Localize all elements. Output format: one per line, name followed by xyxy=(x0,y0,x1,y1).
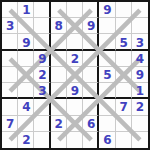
digit-slot-r7c8 xyxy=(132,116,148,132)
digit-slot-r3c1 xyxy=(18,51,34,67)
digit-slot-r7c2 xyxy=(34,116,50,132)
digit-slot-r2c8: 3 xyxy=(132,34,148,50)
digit-slot-r2c3 xyxy=(51,34,67,50)
digit-slot-r0c2 xyxy=(34,2,50,18)
digit-slot-r4c5 xyxy=(83,67,99,83)
digit-slot-r5c0 xyxy=(2,83,18,99)
digit-slot-r7c0: 7 xyxy=(2,116,18,132)
digit-slot-r2c6 xyxy=(99,34,115,50)
digit-slot-r6c2 xyxy=(34,99,50,115)
board-digits: 1938995392425939147272626 xyxy=(2,2,148,148)
given-digit: 6 xyxy=(87,118,95,130)
given-digit: 5 xyxy=(119,37,127,49)
digit-slot-r7c6 xyxy=(99,116,115,132)
digit-slot-r1c5: 9 xyxy=(83,18,99,34)
digit-slot-r1c3: 8 xyxy=(51,18,67,34)
digit-slot-r4c1 xyxy=(18,67,34,83)
digit-slot-r1c7 xyxy=(116,18,132,34)
digit-slot-r6c0 xyxy=(2,99,18,115)
digit-slot-r4c2: 2 xyxy=(34,67,50,83)
given-digit: 7 xyxy=(119,101,127,113)
given-digit: 3 xyxy=(136,37,144,49)
digit-slot-r0c7 xyxy=(116,2,132,18)
digit-slot-r5c3 xyxy=(51,83,67,99)
digit-slot-r3c3 xyxy=(51,51,67,67)
given-digit: 2 xyxy=(38,69,46,81)
given-digit: 9 xyxy=(38,53,46,65)
given-digit: 2 xyxy=(71,53,79,65)
digit-slot-r1c6 xyxy=(99,18,115,34)
digit-slot-r6c6 xyxy=(99,99,115,115)
given-digit: 2 xyxy=(22,134,30,146)
digit-slot-r5c4: 9 xyxy=(67,83,83,99)
digit-slot-r3c5 xyxy=(83,51,99,67)
given-digit: 2 xyxy=(55,118,63,130)
digit-slot-r2c4 xyxy=(67,34,83,50)
digit-slot-r0c0 xyxy=(2,2,18,18)
digit-slot-r1c2 xyxy=(34,18,50,34)
digit-slot-r8c3 xyxy=(51,132,67,148)
digit-slot-r7c5: 6 xyxy=(83,116,99,132)
digit-slot-r0c6: 9 xyxy=(99,2,115,18)
digit-slot-r5c1 xyxy=(18,83,34,99)
digit-slot-r2c7: 5 xyxy=(116,34,132,50)
digit-slot-r2c0 xyxy=(2,34,18,50)
given-digit: 7 xyxy=(6,118,14,130)
given-digit: 6 xyxy=(103,134,111,146)
given-digit: 4 xyxy=(136,53,144,65)
sudoku-board: 1938995392425939147272626 xyxy=(0,0,150,150)
digit-slot-r5c5 xyxy=(83,83,99,99)
digit-slot-r7c7 xyxy=(116,116,132,132)
given-digit: 9 xyxy=(71,85,79,97)
given-digit: 9 xyxy=(103,4,111,16)
digit-slot-r4c4 xyxy=(67,67,83,83)
digit-slot-r5c6 xyxy=(99,83,115,99)
given-digit: 3 xyxy=(6,20,14,32)
digit-slot-r7c4 xyxy=(67,116,83,132)
given-digit: 9 xyxy=(22,37,30,49)
digit-slot-r0c1: 1 xyxy=(18,2,34,18)
digit-slot-r3c6 xyxy=(99,51,115,67)
digit-slot-r6c7: 7 xyxy=(116,99,132,115)
digit-slot-r2c5 xyxy=(83,34,99,50)
digit-slot-r0c8 xyxy=(132,2,148,18)
digit-slot-r6c8: 2 xyxy=(132,99,148,115)
digit-slot-r8c0 xyxy=(2,132,18,148)
digit-slot-r4c3 xyxy=(51,67,67,83)
digit-slot-r3c4: 2 xyxy=(67,51,83,67)
digit-slot-r1c4 xyxy=(67,18,83,34)
digit-slot-r5c2: 3 xyxy=(34,83,50,99)
given-digit: 1 xyxy=(136,85,144,97)
digit-slot-r1c0: 3 xyxy=(2,18,18,34)
digit-slot-r8c5 xyxy=(83,132,99,148)
digit-slot-r4c7 xyxy=(116,67,132,83)
digit-slot-r2c1: 9 xyxy=(18,34,34,50)
digit-slot-r7c3: 2 xyxy=(51,116,67,132)
digit-slot-r3c8: 4 xyxy=(132,51,148,67)
digit-slot-r5c7 xyxy=(116,83,132,99)
digit-slot-r8c1: 2 xyxy=(18,132,34,148)
given-digit: 2 xyxy=(136,101,144,113)
digit-slot-r4c0 xyxy=(2,67,18,83)
digit-slot-r0c3 xyxy=(51,2,67,18)
given-digit: 3 xyxy=(38,85,46,97)
digit-slot-r3c2: 9 xyxy=(34,51,50,67)
digit-slot-r5c8: 1 xyxy=(132,83,148,99)
digit-slot-r4c6: 5 xyxy=(99,67,115,83)
digit-slot-r0c5 xyxy=(83,2,99,18)
digit-slot-r3c0 xyxy=(2,51,18,67)
digit-slot-r8c7 xyxy=(116,132,132,148)
given-digit: 8 xyxy=(55,20,63,32)
digit-slot-r8c6: 6 xyxy=(99,132,115,148)
digit-slot-r6c4 xyxy=(67,99,83,115)
digit-slot-r3c7 xyxy=(116,51,132,67)
given-digit: 5 xyxy=(103,69,111,81)
digit-slot-r1c1 xyxy=(18,18,34,34)
digit-slot-r4c8: 9 xyxy=(132,67,148,83)
digit-slot-r6c3 xyxy=(51,99,67,115)
digit-slot-r0c4 xyxy=(67,2,83,18)
digit-slot-r7c1 xyxy=(18,116,34,132)
digit-slot-r1c8 xyxy=(132,18,148,34)
given-digit: 1 xyxy=(22,4,30,16)
given-digit: 9 xyxy=(136,69,144,81)
digit-slot-r2c2 xyxy=(34,34,50,50)
digit-slot-r8c2 xyxy=(34,132,50,148)
given-digit: 9 xyxy=(87,20,95,32)
digit-slot-r6c5 xyxy=(83,99,99,115)
digit-slot-r6c1: 4 xyxy=(18,99,34,115)
digit-slot-r8c4 xyxy=(67,132,83,148)
given-digit: 4 xyxy=(22,101,30,113)
digit-slot-r8c8 xyxy=(132,132,148,148)
